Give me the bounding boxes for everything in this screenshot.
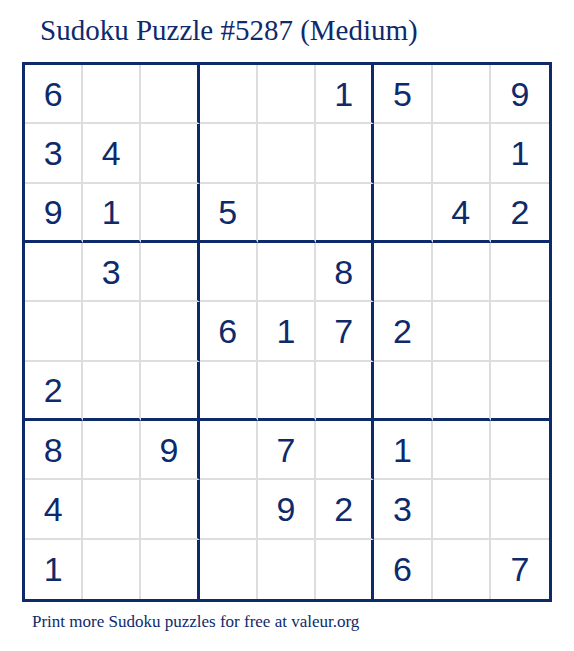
cell-r7c1: 8 (25, 421, 83, 480)
cell-r9c9: 7 (491, 540, 549, 599)
cell-r1c6: 1 (316, 65, 374, 124)
cell-r2c6 (316, 124, 374, 183)
cell-r2c5 (258, 124, 316, 183)
cell-r3c1: 9 (25, 184, 83, 243)
cell-r8c8 (433, 480, 491, 539)
cell-r3c2: 1 (83, 184, 141, 243)
cell-r3c9: 2 (491, 184, 549, 243)
cell-r3c3 (141, 184, 199, 243)
cell-r2c2: 4 (83, 124, 141, 183)
cell-r8c7: 3 (374, 480, 432, 539)
cell-r4c3 (141, 243, 199, 302)
cell-r6c7 (374, 362, 432, 421)
cell-r1c1: 6 (25, 65, 83, 124)
footer-text: Print more Sudoku puzzles for free at va… (32, 612, 359, 632)
cell-r8c9 (491, 480, 549, 539)
cell-r2c8 (433, 124, 491, 183)
cell-r8c5: 9 (258, 480, 316, 539)
cell-r2c3 (141, 124, 199, 183)
cell-r7c9 (491, 421, 549, 480)
cell-r8c6: 2 (316, 480, 374, 539)
cell-r4c9 (491, 243, 549, 302)
cell-r8c4 (200, 480, 258, 539)
cell-r2c1: 3 (25, 124, 83, 183)
cell-r5c5: 1 (258, 302, 316, 361)
cell-r3c8: 4 (433, 184, 491, 243)
cell-r6c6 (316, 362, 374, 421)
cell-r7c7: 1 (374, 421, 432, 480)
cell-r1c7: 5 (374, 65, 432, 124)
cell-r9c3 (141, 540, 199, 599)
cell-r9c1: 1 (25, 540, 83, 599)
cell-r7c3: 9 (141, 421, 199, 480)
cell-r5c1 (25, 302, 83, 361)
cell-r3c4: 5 (200, 184, 258, 243)
cell-r8c3 (141, 480, 199, 539)
cell-r4c8 (433, 243, 491, 302)
cell-r5c4: 6 (200, 302, 258, 361)
cell-r7c6 (316, 421, 374, 480)
cell-r5c3 (141, 302, 199, 361)
cell-r9c2 (83, 540, 141, 599)
cell-r6c1: 2 (25, 362, 83, 421)
cell-r1c8 (433, 65, 491, 124)
cell-r7c4 (200, 421, 258, 480)
cell-r1c5 (258, 65, 316, 124)
cell-r8c1: 4 (25, 480, 83, 539)
cell-r6c8 (433, 362, 491, 421)
cell-r7c5: 7 (258, 421, 316, 480)
cell-r1c4 (200, 65, 258, 124)
cell-r4c7 (374, 243, 432, 302)
cell-r6c9 (491, 362, 549, 421)
cell-r6c5 (258, 362, 316, 421)
cell-r6c2 (83, 362, 141, 421)
cell-r9c5 (258, 540, 316, 599)
cell-r4c4 (200, 243, 258, 302)
cell-r6c4 (200, 362, 258, 421)
cell-r7c8 (433, 421, 491, 480)
cell-r4c1 (25, 243, 83, 302)
cell-r5c7: 2 (374, 302, 432, 361)
cell-r8c2 (83, 480, 141, 539)
cell-r9c4 (200, 540, 258, 599)
cell-r9c7: 6 (374, 540, 432, 599)
sudoku-board: 615934191542386172289714923167 (22, 62, 552, 602)
cell-r2c9: 1 (491, 124, 549, 183)
cell-r3c7 (374, 184, 432, 243)
cell-r2c4 (200, 124, 258, 183)
cell-r4c2: 3 (83, 243, 141, 302)
cell-r5c6: 7 (316, 302, 374, 361)
cell-r7c2 (83, 421, 141, 480)
cell-r5c9 (491, 302, 549, 361)
cell-r1c9: 9 (491, 65, 549, 124)
cell-r5c2 (83, 302, 141, 361)
cell-r4c5 (258, 243, 316, 302)
cell-r5c8 (433, 302, 491, 361)
page-title: Sudoku Puzzle #5287 (Medium) (40, 14, 418, 47)
cell-r3c6 (316, 184, 374, 243)
cell-r9c6 (316, 540, 374, 599)
cell-r1c3 (141, 65, 199, 124)
cell-r2c7 (374, 124, 432, 183)
cell-r4c6: 8 (316, 243, 374, 302)
cell-r6c3 (141, 362, 199, 421)
cell-r1c2 (83, 65, 141, 124)
cell-r9c8 (433, 540, 491, 599)
cell-r3c5 (258, 184, 316, 243)
